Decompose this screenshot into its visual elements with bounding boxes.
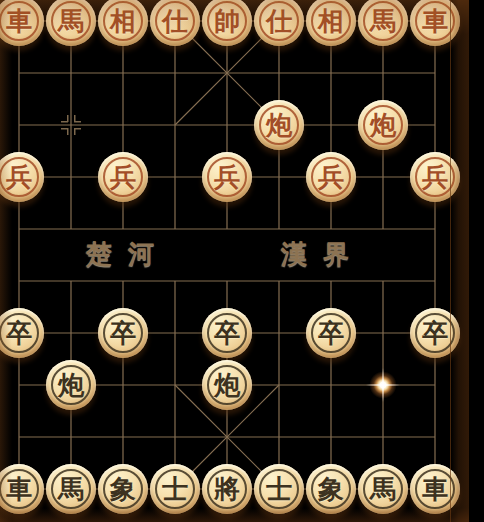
piece-glyph: 兵 (306, 152, 356, 202)
xiangqi-board[interactable]: 楚河 漢界 車馬相仕帥仕相馬車炮炮兵兵兵兵兵卒卒卒卒卒炮炮車馬象士將士象馬車 (0, 0, 469, 522)
board-right-edge (450, 0, 470, 522)
piece-black-soldier[interactable]: 卒 (202, 308, 252, 358)
game-screen: 楚河 漢界 車馬相仕帥仕相馬車炮炮兵兵兵兵兵卒卒卒卒卒炮炮車馬象士將士象馬車 (0, 0, 484, 522)
screen-black-strip (469, 0, 484, 522)
board-top-shade (0, 0, 469, 34)
piece-black-advisor[interactable]: 士 (254, 464, 304, 514)
piece-black-cannon[interactable]: 炮 (202, 360, 252, 410)
piece-red-soldier[interactable]: 兵 (98, 152, 148, 202)
piece-glyph: 士 (150, 464, 200, 514)
piece-black-horse[interactable]: 馬 (46, 464, 96, 514)
piece-glyph: 卒 (306, 308, 356, 358)
piece-glyph: 兵 (202, 152, 252, 202)
piece-glyph: 炮 (358, 100, 408, 150)
piece-glyph: 卒 (98, 308, 148, 358)
piece-glyph: 炮 (254, 100, 304, 150)
piece-black-soldier[interactable]: 卒 (306, 308, 356, 358)
piece-glyph: 炮 (46, 360, 96, 410)
board-bottom-edge (0, 508, 469, 522)
piece-black-soldier[interactable]: 卒 (98, 308, 148, 358)
piece-glyph: 象 (306, 464, 356, 514)
piece-black-cannon[interactable]: 炮 (46, 360, 96, 410)
piece-glyph: 象 (98, 464, 148, 514)
piece-glyph: 兵 (98, 152, 148, 202)
piece-glyph: 卒 (202, 308, 252, 358)
piece-red-cannon[interactable]: 炮 (254, 100, 304, 150)
piece-glyph: 士 (254, 464, 304, 514)
piece-glyph: 將 (202, 464, 252, 514)
piece-red-soldier[interactable]: 兵 (202, 152, 252, 202)
piece-black-general[interactable]: 將 (202, 464, 252, 514)
piece-black-advisor[interactable]: 士 (150, 464, 200, 514)
river-label-right: 漢界 (281, 237, 365, 272)
piece-red-soldier[interactable]: 兵 (306, 152, 356, 202)
piece-glyph: 炮 (202, 360, 252, 410)
piece-glyph: 馬 (358, 464, 408, 514)
piece-black-elephant[interactable]: 象 (98, 464, 148, 514)
point-marker (58, 112, 84, 138)
piece-glyph: 馬 (46, 464, 96, 514)
piece-black-horse[interactable]: 馬 (358, 464, 408, 514)
piece-black-elephant[interactable]: 象 (306, 464, 356, 514)
river-label-left: 楚河 (86, 237, 170, 272)
board-left-shade (0, 0, 12, 522)
piece-red-cannon[interactable]: 炮 (358, 100, 408, 150)
board-grid (0, 0, 469, 522)
